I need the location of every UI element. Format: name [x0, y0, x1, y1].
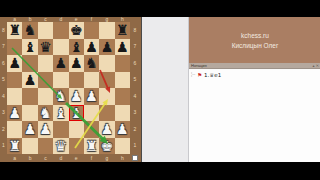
- channel-banner: kchess.ru Кислицын Олег: [189, 17, 320, 63]
- file-label-a: a: [7, 156, 22, 161]
- square-d5[interactable]: [53, 72, 68, 89]
- square-f3[interactable]: [84, 105, 99, 122]
- square-d2[interactable]: [53, 121, 68, 138]
- move-marker-icon: ⚑: [197, 72, 202, 78]
- square-g6[interactable]: [99, 55, 114, 72]
- piece-white-rook-a1[interactable]: ♜: [7, 138, 22, 155]
- piece-white-rook-f1[interactable]: ♜: [84, 138, 99, 155]
- square-b4[interactable]: [22, 88, 37, 105]
- square-h4[interactable]: [115, 88, 130, 105]
- right-panel: kchess.ru Кислицын Олег Нотация ▴ ✕ ¦-- …: [188, 17, 320, 162]
- rank-label-4: 4: [1, 94, 7, 99]
- square-f2[interactable]: [84, 121, 99, 138]
- square-h1[interactable]: [115, 138, 130, 155]
- chess-board[interactable]: aabbccddeeffgghh8877665544332211 ♜♞♚♜♝♛♝…: [0, 17, 142, 162]
- file-label-c: c: [38, 156, 53, 161]
- file-label-e: e: [69, 156, 84, 161]
- square-b6[interactable]: [22, 55, 37, 72]
- square-e5[interactable]: [69, 72, 84, 89]
- rank-label-5: 5: [132, 77, 138, 82]
- square-e1[interactable]: [69, 138, 84, 155]
- rank-label-7: 7: [132, 44, 138, 49]
- author-name: Кислицын Олег: [232, 42, 279, 49]
- square-d8[interactable]: [53, 22, 68, 39]
- rank-label-8: 8: [1, 28, 7, 33]
- square-h6[interactable]: [115, 55, 130, 72]
- piece-black-bishop-b7[interactable]: ♝: [22, 39, 37, 56]
- move-text[interactable]: 1.♕e1: [204, 72, 221, 78]
- piece-black-pawn-d6[interactable]: ♟: [53, 55, 68, 72]
- piece-black-pawn-h7[interactable]: ♟: [115, 39, 130, 56]
- piece-black-queen-c7[interactable]: ♛: [38, 39, 53, 56]
- file-label-g: g: [99, 156, 114, 161]
- file-label-h: h: [115, 156, 130, 161]
- rank-label-3: 3: [132, 110, 138, 115]
- panel-controls-icon[interactable]: ▴ ✕: [313, 64, 319, 68]
- piece-black-knight-f6[interactable]: ♞: [84, 55, 99, 72]
- piece-white-pawn-f4[interactable]: ♟: [84, 88, 99, 105]
- letterbox-bottom: [0, 162, 320, 180]
- site-url: kchess.ru: [241, 32, 269, 39]
- square-g3[interactable]: [99, 105, 114, 122]
- file-label-b: b: [22, 156, 37, 161]
- piece-black-rook-h8[interactable]: ♜: [115, 22, 130, 39]
- piece-white-pawn-h2[interactable]: ♟: [115, 121, 130, 138]
- square-g8[interactable]: [99, 22, 114, 39]
- piece-black-knight-b8[interactable]: ♞: [22, 22, 37, 39]
- side-to-move-indicator: [132, 155, 138, 161]
- notation-panel-header[interactable]: Нотация ▴ ✕: [189, 63, 320, 69]
- piece-white-pawn-c2[interactable]: ♟: [38, 121, 53, 138]
- piece-white-bishop-d3[interactable]: ♝: [53, 105, 68, 122]
- piece-white-knight-c3[interactable]: ♞: [38, 105, 53, 122]
- piece-black-pawn-b5[interactable]: ♟: [22, 72, 37, 89]
- video-frame: aabbccddeeffgghh8877665544332211 ♜♞♚♜♝♛♝…: [0, 0, 320, 180]
- letterbox-top: [0, 0, 320, 17]
- rank-label-2: 2: [1, 127, 7, 132]
- piece-black-king-e8[interactable]: ♚: [69, 22, 84, 39]
- piece-white-pawn-g2[interactable]: ♟: [99, 121, 114, 138]
- tree-expander-icon[interactable]: ¦--: [191, 72, 195, 78]
- square-a5[interactable]: [7, 72, 22, 89]
- square-g4[interactable]: [99, 88, 114, 105]
- rank-label-6: 6: [1, 61, 7, 66]
- move-list-row[interactable]: ¦-- ⚑ 1.♕e1: [191, 72, 221, 78]
- highlight-square-e3: [69, 105, 84, 122]
- piece-white-knight-d4[interactable]: ♞: [53, 88, 68, 105]
- rank-label-8: 8: [132, 28, 138, 33]
- file-label-d: d: [53, 156, 68, 161]
- rank-label-4: 4: [132, 94, 138, 99]
- file-label-f: f: [84, 156, 99, 161]
- piece-white-pawn-e4[interactable]: ♟: [69, 88, 84, 105]
- square-c5[interactable]: [38, 72, 53, 89]
- square-b3[interactable]: [22, 105, 37, 122]
- square-d7[interactable]: [53, 39, 68, 56]
- square-h3[interactable]: [115, 105, 130, 122]
- piece-white-queen-d1[interactable]: ♛: [53, 138, 68, 155]
- square-f5[interactable]: [84, 72, 99, 89]
- piece-black-pawn-g7[interactable]: ♟: [99, 39, 114, 56]
- square-c4[interactable]: [38, 88, 53, 105]
- piece-black-pawn-f7[interactable]: ♟: [84, 39, 99, 56]
- square-f8[interactable]: [84, 22, 99, 39]
- piece-black-bishop-e7[interactable]: ♝: [69, 39, 84, 56]
- notation-panel-body[interactable]: ¦-- ⚑ 1.♕e1: [189, 70, 320, 162]
- rank-label-2: 2: [132, 127, 138, 132]
- square-a2[interactable]: [7, 121, 22, 138]
- notation-panel-title: Нотация: [191, 64, 207, 68]
- piece-black-pawn-a6[interactable]: ♟: [7, 55, 22, 72]
- piece-black-rook-a8[interactable]: ♜: [7, 22, 22, 39]
- rank-label-6: 6: [132, 61, 138, 66]
- piece-white-pawn-a3[interactable]: ♟: [7, 105, 22, 122]
- piece-white-pawn-b2[interactable]: ♟: [22, 121, 37, 138]
- app-background-strip: [142, 17, 188, 162]
- rank-label-5: 5: [1, 77, 7, 82]
- square-a4[interactable]: [7, 88, 22, 105]
- rank-label-1: 1: [1, 143, 7, 148]
- square-e2[interactable]: [69, 121, 84, 138]
- square-c8[interactable]: [38, 22, 53, 39]
- square-a7[interactable]: [7, 39, 22, 56]
- piece-white-king-g1[interactable]: ♚: [99, 138, 114, 155]
- rank-label-1: 1: [132, 143, 138, 148]
- square-b1[interactable]: [22, 138, 37, 155]
- piece-black-pawn-e6[interactable]: ♟: [69, 55, 84, 72]
- square-h5[interactable]: [115, 72, 130, 89]
- square-c1[interactable]: [38, 138, 53, 155]
- square-c6[interactable]: [38, 55, 53, 72]
- rank-label-3: 3: [1, 110, 7, 115]
- square-g5[interactable]: [99, 72, 114, 89]
- rank-label-7: 7: [1, 44, 7, 49]
